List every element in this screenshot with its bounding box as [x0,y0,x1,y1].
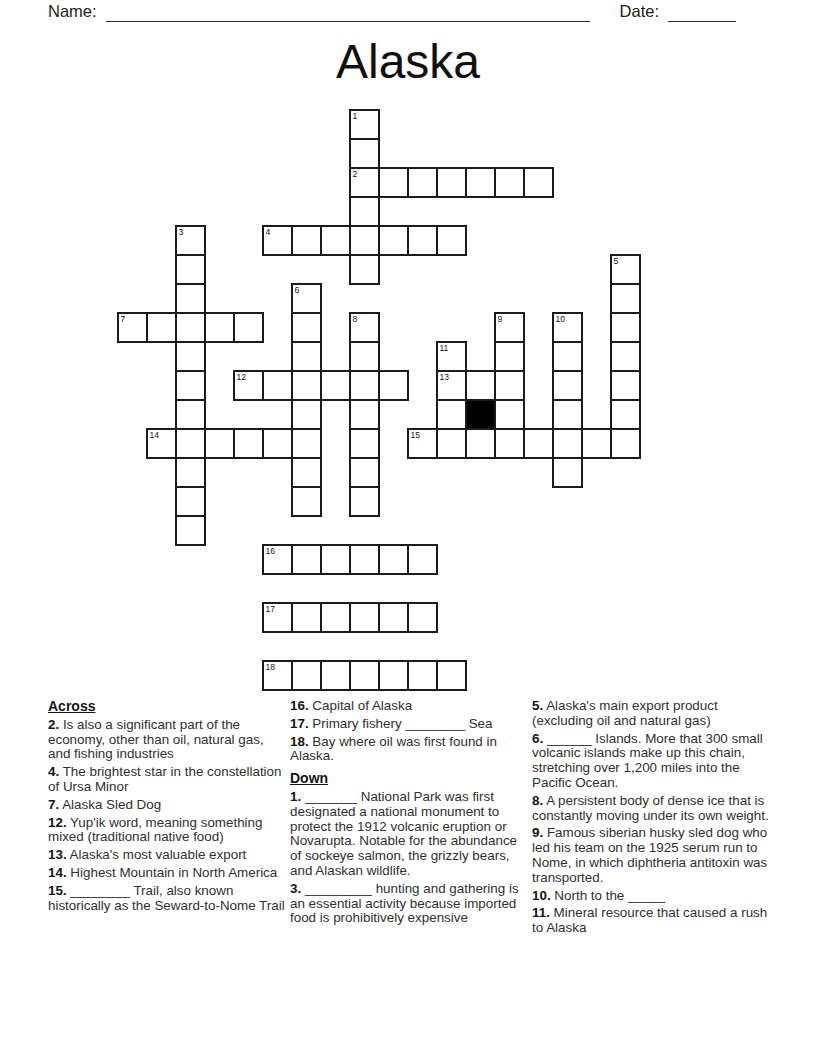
grid-cell[interactable] [466,168,495,197]
grid-cell[interactable] [350,458,379,487]
grid-cell[interactable] [321,371,350,400]
date-blank-line[interactable] [668,7,736,22]
cell-number-17: 17 [266,605,275,614]
grid-cell[interactable] [176,516,205,545]
puzzle-title: Alaska [0,36,816,88]
clue-text: Capital of Alaska [309,698,412,713]
cell-number-3: 3 [179,228,184,237]
clue-number: 7. [48,797,59,812]
grid-cell[interactable] [176,487,205,516]
cell-number-15: 15 [411,431,420,440]
grid-cell[interactable] [379,226,408,255]
cell-number-9: 9 [498,315,503,324]
grid-cell[interactable] [350,487,379,516]
grid-cell[interactable] [176,371,205,400]
grid-cell[interactable] [350,429,379,458]
grid-cell[interactable] [408,226,437,255]
grid-cell[interactable] [437,168,466,197]
clue-number: 14. [48,865,67,880]
cell-number-6: 6 [295,286,300,295]
grid-cell[interactable] [350,255,379,284]
clue-text: Yup'ik word, meaning something mixed (tr… [48,815,262,845]
clues-column-3: 5. Alaska's main export product (excludi… [532,699,770,939]
cell-number-10: 10 [556,315,565,324]
cell-number-4: 4 [266,228,271,237]
grid-cell[interactable] [234,429,263,458]
down-header: Down [290,771,528,786]
grid-cell[interactable] [553,371,582,400]
grid-cell[interactable] [350,661,379,690]
clue-7-across: 7. Alaska Sled Dog [48,798,286,813]
grid-cell[interactable] [292,429,321,458]
grid-cell[interactable] [437,661,466,690]
clue-14-across: 14. Highest Mountain in North America [48,866,286,881]
cell-number-8: 8 [353,315,358,324]
grid-cell[interactable] [292,400,321,429]
clue-11-down: 11. Mineral resource that caused a rush … [532,906,770,936]
grid-cell[interactable] [147,313,176,342]
grid-cell[interactable] [176,458,205,487]
name-blank-line[interactable] [106,7,590,22]
clue-number: 1. [290,789,301,804]
grid-cell[interactable] [379,168,408,197]
grid-cell[interactable] [321,226,350,255]
down-clues-part2: 5. Alaska's main export product (excludi… [532,699,770,936]
grid-cell[interactable] [350,545,379,574]
grid-cell[interactable] [263,371,292,400]
grid-cell[interactable] [205,313,234,342]
cell-number-16: 16 [266,547,275,556]
grid-cell[interactable] [263,429,292,458]
grid-cell[interactable] [379,603,408,632]
clue-18-across: 18. Bay where oil was first found in Ala… [290,735,528,765]
clue-number: 16. [290,698,309,713]
clue-text: North to the _____ [551,888,666,903]
clue-13-across: 13. Alaska's most valuable export [48,848,286,863]
clue-1-down: 1. _______ National Park was first desig… [290,790,528,879]
clue-number: 4. [48,764,59,779]
clue-text: _________ hunting and gathering is an es… [290,881,519,926]
grid-cell[interactable] [350,371,379,400]
clue-number: 18. [290,734,309,749]
grid-cell[interactable] [176,284,205,313]
clue-3-down: 3. _________ hunting and gathering is an… [290,882,528,926]
grid-cell[interactable] [234,313,263,342]
clue-number: 12. [48,815,67,830]
clue-10-down: 10. North to the _____ [532,889,770,904]
clue-text: Mineral resource that caused a rush to A… [532,905,767,935]
clue-16-across: 16. Capital of Alaska [290,699,528,714]
clue-number: 2. [48,717,59,732]
grid-cell[interactable] [292,603,321,632]
clue-number: 6. [532,731,543,746]
grid-cell[interactable] [466,371,495,400]
cell-number-12: 12 [237,373,246,382]
grid-cell[interactable] [495,168,524,197]
grid-cell[interactable] [553,400,582,429]
cell-number-1: 1 [353,112,358,121]
grid-cell[interactable] [350,603,379,632]
grid-cell[interactable] [321,661,350,690]
grid-cell[interactable] [350,400,379,429]
clue-17-across: 17. Primary fishery ________ Sea [290,717,528,732]
grid-cell[interactable] [437,226,466,255]
date-label: Date: [620,2,659,22]
grid-cell[interactable] [408,545,437,574]
clue-text: ______ Islands. More that 300 small volc… [532,731,763,790]
grid-cell[interactable] [524,168,553,197]
clue-text: Famous siberian husky sled dog who led h… [532,825,767,884]
clue-text: Primary fishery ________ Sea [309,716,493,731]
clue-text: ________ Trail, also known historically … [48,883,285,913]
clue-number: 11. [532,905,550,920]
grid-cell[interactable] [350,139,379,168]
grid-cell[interactable] [408,603,437,632]
grid-cell[interactable] [379,661,408,690]
clue-number: 5. [532,698,543,713]
cell-number-11: 11 [440,344,449,353]
cell-number-13: 13 [440,373,449,382]
worksheet-page: Name: Date: Alaska 123456789101112131415… [0,0,816,1056]
grid-cell[interactable] [437,429,466,458]
down-clues-part1: 1. _______ National Park was first desig… [290,790,528,926]
clue-text: Is also a significant part of the econom… [48,717,264,762]
crossword-grid: 123456789101112131415161718 [118,110,640,690]
grid-cell[interactable] [350,342,379,371]
clue-4-across: 4. The brightest star in the constellati… [48,765,286,795]
grid-cell[interactable] [321,603,350,632]
grid-cell[interactable] [292,371,321,400]
clue-text: The brightest star in the constellation … [48,764,281,794]
grid-cell[interactable] [321,545,350,574]
clues-column-1: Across 2. Is also a significant part of … [48,699,286,916]
clue-number: 17. [290,716,309,731]
grid-cell[interactable] [611,429,640,458]
grid-cell[interactable] [611,313,640,342]
grid-cell[interactable] [292,545,321,574]
cell-number-5: 5 [614,257,619,266]
grid-cell[interactable] [408,661,437,690]
clue-text: A persistent body of dense ice that is c… [532,793,769,823]
grid-cell[interactable] [292,313,321,342]
clue-9-down: 9. Famous siberian husky sled dog who le… [532,826,770,885]
clue-number: 8. [532,793,543,808]
grid-cell[interactable] [495,429,524,458]
grid-cell[interactable] [408,168,437,197]
clue-number: 15. [48,883,67,898]
grid-cell[interactable] [176,255,205,284]
grid-cell[interactable] [466,429,495,458]
grid-cell[interactable] [495,342,524,371]
clue-number: 9. [532,825,543,840]
clue-text: Alaska Sled Dog [59,797,161,812]
grid-cell[interactable] [611,371,640,400]
clue-number: 10. [532,888,551,903]
cell-number-14: 14 [150,431,159,440]
black-cell [465,399,496,430]
grid-cell[interactable] [292,342,321,371]
name-label: Name: [48,2,97,22]
grid-cell[interactable] [292,226,321,255]
grid-cell[interactable] [495,371,524,400]
clue-text: Alaska's most valuable export [67,847,247,862]
across-header: Across [48,699,286,714]
grid-cell[interactable] [437,400,466,429]
grid-cell[interactable] [176,400,205,429]
across-clues-part1: 2. Is also a significant part of the eco… [48,718,286,914]
grid-cell[interactable] [379,545,408,574]
grid-cell[interactable] [292,661,321,690]
clue-15-across: 15. ________ Trail, also known historica… [48,884,286,914]
grid-cell[interactable] [611,284,640,313]
clue-text: _______ National Park was first designat… [290,789,517,878]
grid-cell[interactable] [350,226,379,255]
grid-cell[interactable] [553,429,582,458]
clue-number: 3. [290,881,301,896]
clue-12-across: 12. Yup'ik word, meaning something mixed… [48,816,286,846]
clue-5-down: 5. Alaska's main export product (excludi… [532,699,770,729]
grid-cell[interactable] [611,342,640,371]
clue-text: Bay where oil was first found in Alaska. [290,734,497,764]
clue-number: 13. [48,847,67,862]
grid-cell[interactable] [379,371,408,400]
grid-cell[interactable] [205,429,234,458]
clue-2-across: 2. Is also a significant part of the eco… [48,718,286,762]
grid-cell[interactable] [292,487,321,516]
grid-cell[interactable] [176,342,205,371]
clues-column-2: 16. Capital of Alaska17. Primary fishery… [290,699,528,929]
grid-cell[interactable] [553,342,582,371]
clue-8-down: 8. A persistent body of dense ice that i… [532,794,770,824]
worksheet-header: Name: Date: [48,2,742,22]
grid-cell[interactable] [553,458,582,487]
clue-6-down: 6. ______ Islands. More that 300 small v… [532,732,770,791]
grid-cell[interactable] [176,429,205,458]
cell-number-2: 2 [353,170,358,179]
grid-cell[interactable] [176,313,205,342]
grid-cell[interactable] [292,458,321,487]
cell-number-7: 7 [121,315,126,324]
grid-cell[interactable] [582,429,611,458]
grid-cell[interactable] [350,197,379,226]
cell-number-18: 18 [266,663,275,672]
across-clues-part2: 16. Capital of Alaska17. Primary fishery… [290,699,528,764]
clue-text: Alaska's main export product (excluding … [532,698,718,728]
clue-text: Highest Mountain in North America [67,865,278,880]
grid-cell[interactable] [495,400,524,429]
grid-cell[interactable] [611,400,640,429]
grid-cell[interactable] [524,429,553,458]
